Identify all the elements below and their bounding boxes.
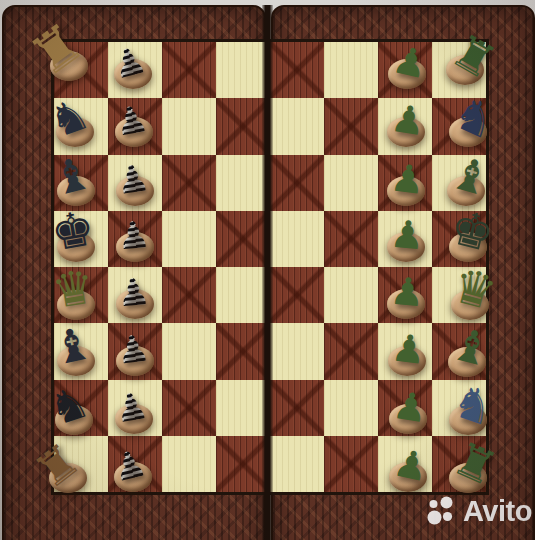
square-a1 bbox=[432, 436, 486, 492]
square-a4 bbox=[270, 436, 324, 492]
square-e1 bbox=[432, 211, 486, 267]
square-a7 bbox=[108, 436, 162, 492]
square-h8 bbox=[54, 42, 108, 98]
avito-watermark: Avito bbox=[426, 495, 532, 528]
square-g4 bbox=[270, 98, 324, 154]
square-e4 bbox=[270, 211, 324, 267]
square-a3 bbox=[324, 436, 378, 492]
square-g6 bbox=[162, 98, 216, 154]
square-f3 bbox=[324, 155, 378, 211]
square-f2 bbox=[378, 155, 432, 211]
square-e8 bbox=[54, 211, 108, 267]
square-b8 bbox=[54, 380, 108, 436]
square-f6 bbox=[162, 155, 216, 211]
square-g8 bbox=[54, 98, 108, 154]
square-h1 bbox=[432, 42, 486, 98]
square-h4 bbox=[270, 42, 324, 98]
square-a6 bbox=[162, 436, 216, 492]
square-h6 bbox=[162, 42, 216, 98]
square-f1 bbox=[432, 155, 486, 211]
square-h2 bbox=[378, 42, 432, 98]
avito-logo-icon bbox=[426, 496, 458, 528]
square-a8 bbox=[54, 436, 108, 492]
square-g1 bbox=[432, 98, 486, 154]
square-h3 bbox=[324, 42, 378, 98]
square-b3 bbox=[324, 380, 378, 436]
square-b4 bbox=[270, 380, 324, 436]
square-d3 bbox=[324, 267, 378, 323]
square-a2 bbox=[378, 436, 432, 492]
square-c8 bbox=[54, 323, 108, 379]
square-d2 bbox=[378, 267, 432, 323]
square-g2 bbox=[378, 98, 432, 154]
square-g7 bbox=[108, 98, 162, 154]
square-f8 bbox=[54, 155, 108, 211]
square-h7 bbox=[108, 42, 162, 98]
board-fold-seam bbox=[262, 5, 273, 540]
square-e6 bbox=[162, 211, 216, 267]
chess-set-photo: ♜♞♝♚♛♝♞♜♟♟♟♟♟♟♟♟♟♟♟♟♟♟♟♟♜♞♝♚♛♝♞♜ Avito bbox=[0, 0, 535, 540]
square-f7 bbox=[108, 155, 162, 211]
square-g3 bbox=[324, 98, 378, 154]
square-e3 bbox=[324, 211, 378, 267]
square-d4 bbox=[270, 267, 324, 323]
square-f4 bbox=[270, 155, 324, 211]
square-b1 bbox=[432, 380, 486, 436]
square-b6 bbox=[162, 380, 216, 436]
square-c7 bbox=[108, 323, 162, 379]
square-b2 bbox=[378, 380, 432, 436]
square-d1 bbox=[432, 267, 486, 323]
square-c2 bbox=[378, 323, 432, 379]
square-c4 bbox=[270, 323, 324, 379]
square-c3 bbox=[324, 323, 378, 379]
square-e7 bbox=[108, 211, 162, 267]
square-b7 bbox=[108, 380, 162, 436]
square-c6 bbox=[162, 323, 216, 379]
square-e2 bbox=[378, 211, 432, 267]
square-d7 bbox=[108, 267, 162, 323]
square-c1 bbox=[432, 323, 486, 379]
avito-watermark-text: Avito bbox=[463, 495, 532, 528]
square-d6 bbox=[162, 267, 216, 323]
square-d8 bbox=[54, 267, 108, 323]
